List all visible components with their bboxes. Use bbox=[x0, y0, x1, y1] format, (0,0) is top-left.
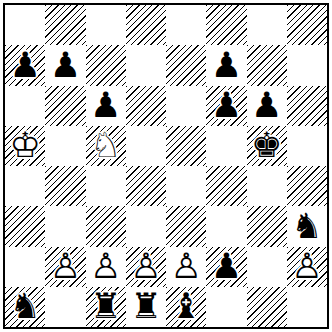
square-a2[interactable] bbox=[5, 247, 45, 287]
black-pawn-icon: ♟ bbox=[86, 86, 126, 126]
square-b7[interactable]: ♟♟ bbox=[45, 45, 85, 85]
square-h2[interactable]: ♟♙ bbox=[287, 247, 327, 287]
square-d3[interactable] bbox=[126, 206, 166, 246]
square-a7[interactable]: ♟♟ bbox=[5, 45, 45, 85]
square-f5[interactable] bbox=[206, 126, 246, 166]
square-a1[interactable]: ♞♞ bbox=[5, 287, 45, 327]
square-d5[interactable] bbox=[126, 126, 166, 166]
square-e2[interactable]: ♟♙ bbox=[166, 247, 206, 287]
square-h7[interactable] bbox=[287, 45, 327, 85]
black-rook-icon: ♜ bbox=[86, 287, 126, 327]
square-e7[interactable] bbox=[166, 45, 206, 85]
square-e6[interactable] bbox=[166, 86, 206, 126]
square-e4[interactable] bbox=[166, 166, 206, 206]
black-pawn-icon: ♟ bbox=[5, 45, 45, 85]
square-b6[interactable] bbox=[45, 86, 85, 126]
square-c8[interactable] bbox=[86, 5, 126, 45]
square-b1[interactable] bbox=[45, 287, 85, 327]
square-h4[interactable] bbox=[287, 166, 327, 206]
square-c5[interactable]: ♞♘ bbox=[86, 126, 126, 166]
square-d2[interactable]: ♟♙ bbox=[126, 247, 166, 287]
black-pawn-icon: ♟ bbox=[206, 247, 246, 287]
square-a5[interactable]: ♚♔ bbox=[5, 126, 45, 166]
black-king-icon: ♚ bbox=[247, 126, 287, 166]
chess-diagram: ♟♟♟♟♟♟♟♟♟♟♟♟♚♔♞♘♚♚♞♞♟♙♟♙♟♙♟♙♟♟♟♙♞♞♜♜♜♜♝♝ bbox=[0, 0, 332, 332]
black-rook-icon: ♜ bbox=[126, 287, 166, 327]
square-g5[interactable]: ♚♚ bbox=[247, 126, 287, 166]
square-a4[interactable] bbox=[5, 166, 45, 206]
square-f7[interactable]: ♟♟ bbox=[206, 45, 246, 85]
square-c6[interactable]: ♟♟ bbox=[86, 86, 126, 126]
square-d1[interactable]: ♜♜ bbox=[126, 287, 166, 327]
square-e3[interactable] bbox=[166, 206, 206, 246]
square-g1[interactable] bbox=[247, 287, 287, 327]
square-a8[interactable] bbox=[5, 5, 45, 45]
square-d8[interactable] bbox=[126, 5, 166, 45]
black-bishop-icon: ♝ bbox=[166, 287, 206, 327]
square-e1[interactable]: ♝♝ bbox=[166, 287, 206, 327]
square-a6[interactable] bbox=[5, 86, 45, 126]
black-pawn-icon: ♟ bbox=[206, 86, 246, 126]
square-h5[interactable] bbox=[287, 126, 327, 166]
white-pawn-icon: ♙ bbox=[166, 247, 206, 287]
white-pawn-icon: ♙ bbox=[126, 247, 166, 287]
square-g7[interactable] bbox=[247, 45, 287, 85]
square-h1[interactable] bbox=[287, 287, 327, 327]
black-knight-icon: ♞ bbox=[287, 206, 327, 246]
square-f3[interactable] bbox=[206, 206, 246, 246]
square-b4[interactable] bbox=[45, 166, 85, 206]
square-b3[interactable] bbox=[45, 206, 85, 246]
square-a3[interactable] bbox=[5, 206, 45, 246]
square-d7[interactable] bbox=[126, 45, 166, 85]
black-knight-icon: ♞ bbox=[5, 287, 45, 327]
chess-board: ♟♟♟♟♟♟♟♟♟♟♟♟♚♔♞♘♚♚♞♞♟♙♟♙♟♙♟♙♟♟♟♙♞♞♜♜♜♜♝♝ bbox=[3, 3, 329, 329]
square-e8[interactable] bbox=[166, 5, 206, 45]
square-f8[interactable] bbox=[206, 5, 246, 45]
square-g2[interactable] bbox=[247, 247, 287, 287]
square-h3[interactable]: ♞♞ bbox=[287, 206, 327, 246]
square-f4[interactable] bbox=[206, 166, 246, 206]
square-c4[interactable] bbox=[86, 166, 126, 206]
square-c2[interactable]: ♟♙ bbox=[86, 247, 126, 287]
black-pawn-icon: ♟ bbox=[45, 45, 85, 85]
white-pawn-icon: ♙ bbox=[45, 247, 85, 287]
square-g8[interactable] bbox=[247, 5, 287, 45]
white-king-icon: ♔ bbox=[5, 126, 45, 166]
square-g4[interactable] bbox=[247, 166, 287, 206]
square-c7[interactable] bbox=[86, 45, 126, 85]
square-b5[interactable] bbox=[45, 126, 85, 166]
square-b8[interactable] bbox=[45, 5, 85, 45]
white-knight-icon: ♘ bbox=[86, 126, 126, 166]
black-pawn-icon: ♟ bbox=[247, 86, 287, 126]
square-d4[interactable] bbox=[126, 166, 166, 206]
square-g3[interactable] bbox=[247, 206, 287, 246]
square-h6[interactable] bbox=[287, 86, 327, 126]
white-pawn-icon: ♙ bbox=[287, 247, 327, 287]
square-b2[interactable]: ♟♙ bbox=[45, 247, 85, 287]
square-e5[interactable] bbox=[166, 126, 206, 166]
square-h8[interactable] bbox=[287, 5, 327, 45]
square-g6[interactable]: ♟♟ bbox=[247, 86, 287, 126]
square-f6[interactable]: ♟♟ bbox=[206, 86, 246, 126]
square-c1[interactable]: ♜♜ bbox=[86, 287, 126, 327]
square-f1[interactable] bbox=[206, 287, 246, 327]
white-pawn-icon: ♙ bbox=[86, 247, 126, 287]
square-f2[interactable]: ♟♟ bbox=[206, 247, 246, 287]
black-pawn-icon: ♟ bbox=[206, 45, 246, 85]
square-c3[interactable] bbox=[86, 206, 126, 246]
square-d6[interactable] bbox=[126, 86, 166, 126]
